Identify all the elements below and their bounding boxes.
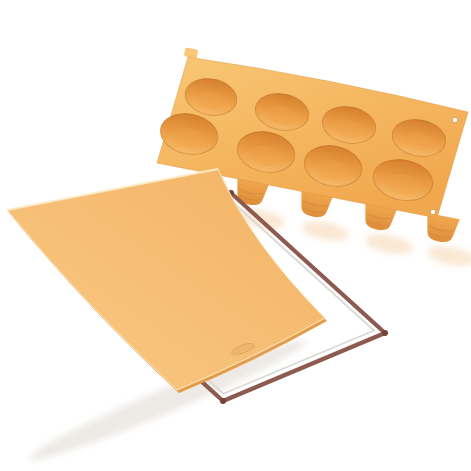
frame-joint [220,398,226,404]
cup-reflection [300,218,351,245]
product-photo [0,0,471,471]
hanging-cup [422,213,459,245]
corner-hole [452,117,457,122]
product-scene [0,0,471,471]
hanging-tab [184,47,198,58]
cup-reflection [426,243,471,270]
corner-hole [430,209,435,214]
frame-joint [382,330,388,336]
cup-reflection [364,231,415,258]
